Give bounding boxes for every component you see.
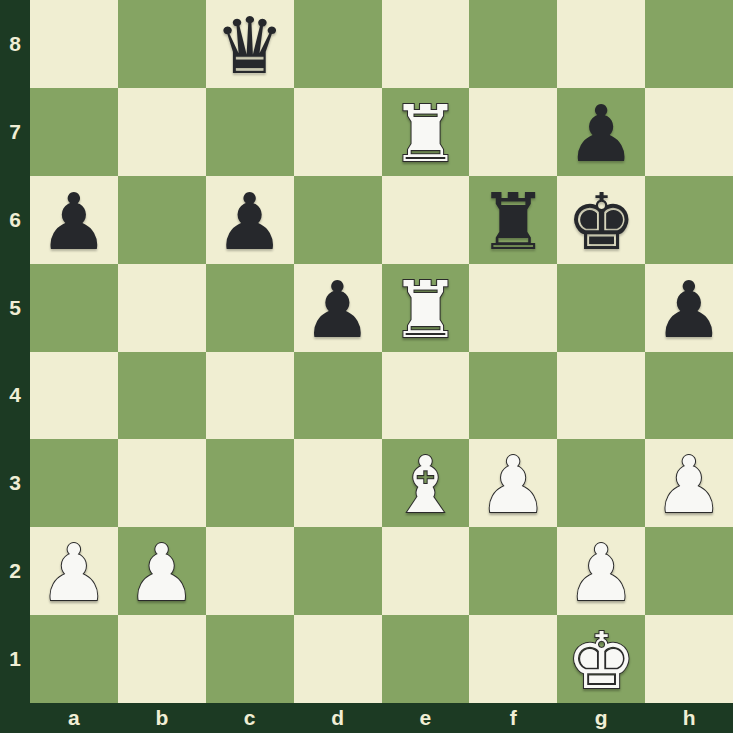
- file-labels: abcdefgh: [30, 703, 733, 733]
- black-pawn[interactable]: ♟: [39, 183, 109, 261]
- chess-board: ♛♜♟♟♟♜♚♟♜♟♝♟♟♟♟♟♚: [30, 0, 733, 703]
- square-d7[interactable]: [294, 88, 382, 176]
- rank-label-2: 2: [0, 527, 30, 615]
- square-h1[interactable]: [645, 615, 733, 703]
- file-label-c: c: [206, 703, 294, 733]
- white-rook[interactable]: ♜: [390, 95, 460, 173]
- square-a1[interactable]: [30, 615, 118, 703]
- black-pawn[interactable]: ♟: [566, 95, 636, 173]
- square-h6[interactable]: [645, 176, 733, 264]
- file-label-f: f: [469, 703, 557, 733]
- square-e4[interactable]: [382, 352, 470, 440]
- square-f2[interactable]: [469, 527, 557, 615]
- square-a8[interactable]: [30, 0, 118, 88]
- square-g6[interactable]: ♚: [557, 176, 645, 264]
- square-d2[interactable]: [294, 527, 382, 615]
- square-f7[interactable]: [469, 88, 557, 176]
- black-queen[interactable]: ♛: [215, 7, 285, 85]
- square-b8[interactable]: [118, 0, 206, 88]
- square-f5[interactable]: [469, 264, 557, 352]
- white-pawn[interactable]: ♟: [39, 534, 109, 612]
- rank-label-4: 4: [0, 352, 30, 440]
- square-b5[interactable]: [118, 264, 206, 352]
- square-g8[interactable]: [557, 0, 645, 88]
- square-d6[interactable]: [294, 176, 382, 264]
- square-c6[interactable]: ♟: [206, 176, 294, 264]
- square-g2[interactable]: ♟: [557, 527, 645, 615]
- square-e3[interactable]: ♝: [382, 439, 470, 527]
- file-label-b: b: [118, 703, 206, 733]
- white-pawn[interactable]: ♟: [478, 446, 548, 524]
- file-label-e: e: [382, 703, 470, 733]
- square-a5[interactable]: [30, 264, 118, 352]
- square-g7[interactable]: ♟: [557, 88, 645, 176]
- square-e2[interactable]: [382, 527, 470, 615]
- square-b7[interactable]: [118, 88, 206, 176]
- file-label-g: g: [557, 703, 645, 733]
- square-g1[interactable]: ♚: [557, 615, 645, 703]
- square-h3[interactable]: ♟: [645, 439, 733, 527]
- rank-label-8: 8: [0, 0, 30, 88]
- square-b1[interactable]: [118, 615, 206, 703]
- square-f8[interactable]: [469, 0, 557, 88]
- rank-label-6: 6: [0, 176, 30, 264]
- file-label-a: a: [30, 703, 118, 733]
- square-a6[interactable]: ♟: [30, 176, 118, 264]
- square-d3[interactable]: [294, 439, 382, 527]
- square-e6[interactable]: [382, 176, 470, 264]
- square-c3[interactable]: [206, 439, 294, 527]
- square-c7[interactable]: [206, 88, 294, 176]
- square-e1[interactable]: [382, 615, 470, 703]
- square-a7[interactable]: [30, 88, 118, 176]
- square-c8[interactable]: ♛: [206, 0, 294, 88]
- square-h8[interactable]: [645, 0, 733, 88]
- square-b2[interactable]: ♟: [118, 527, 206, 615]
- rank-label-7: 7: [0, 88, 30, 176]
- black-king[interactable]: ♚: [566, 183, 636, 261]
- square-b4[interactable]: [118, 352, 206, 440]
- square-e8[interactable]: [382, 0, 470, 88]
- white-bishop[interactable]: ♝: [390, 446, 460, 524]
- square-f6[interactable]: ♜: [469, 176, 557, 264]
- white-rook[interactable]: ♜: [390, 271, 460, 349]
- square-d8[interactable]: [294, 0, 382, 88]
- square-g4[interactable]: [557, 352, 645, 440]
- rank-label-3: 3: [0, 439, 30, 527]
- square-a4[interactable]: [30, 352, 118, 440]
- square-f4[interactable]: [469, 352, 557, 440]
- square-e7[interactable]: ♜: [382, 88, 470, 176]
- black-pawn[interactable]: ♟: [215, 183, 285, 261]
- square-g5[interactable]: [557, 264, 645, 352]
- rank-labels: 87654321: [0, 0, 30, 703]
- square-g3[interactable]: [557, 439, 645, 527]
- square-a3[interactable]: [30, 439, 118, 527]
- white-pawn[interactable]: ♟: [127, 534, 197, 612]
- file-label-d: d: [294, 703, 382, 733]
- square-h5[interactable]: ♟: [645, 264, 733, 352]
- square-c4[interactable]: [206, 352, 294, 440]
- square-d5[interactable]: ♟: [294, 264, 382, 352]
- chess-board-frame: 87654321 ♛♜♟♟♟♜♚♟♜♟♝♟♟♟♟♟♚ abcdefgh: [0, 0, 733, 733]
- white-pawn[interactable]: ♟: [654, 446, 724, 524]
- board-corner: [0, 703, 30, 733]
- white-king[interactable]: ♚: [566, 622, 636, 700]
- black-pawn[interactable]: ♟: [303, 271, 373, 349]
- white-pawn[interactable]: ♟: [566, 534, 636, 612]
- square-b6[interactable]: [118, 176, 206, 264]
- square-d4[interactable]: [294, 352, 382, 440]
- square-c1[interactable]: [206, 615, 294, 703]
- square-f1[interactable]: [469, 615, 557, 703]
- square-h4[interactable]: [645, 352, 733, 440]
- square-b3[interactable]: [118, 439, 206, 527]
- rank-label-5: 5: [0, 264, 30, 352]
- square-e5[interactable]: ♜: [382, 264, 470, 352]
- square-c2[interactable]: [206, 527, 294, 615]
- square-h7[interactable]: [645, 88, 733, 176]
- square-d1[interactable]: [294, 615, 382, 703]
- square-c5[interactable]: [206, 264, 294, 352]
- square-h2[interactable]: [645, 527, 733, 615]
- square-f3[interactable]: ♟: [469, 439, 557, 527]
- black-rook[interactable]: ♜: [478, 183, 548, 261]
- rank-label-1: 1: [0, 615, 30, 703]
- square-a2[interactable]: ♟: [30, 527, 118, 615]
- black-pawn[interactable]: ♟: [654, 271, 724, 349]
- file-label-h: h: [645, 703, 733, 733]
